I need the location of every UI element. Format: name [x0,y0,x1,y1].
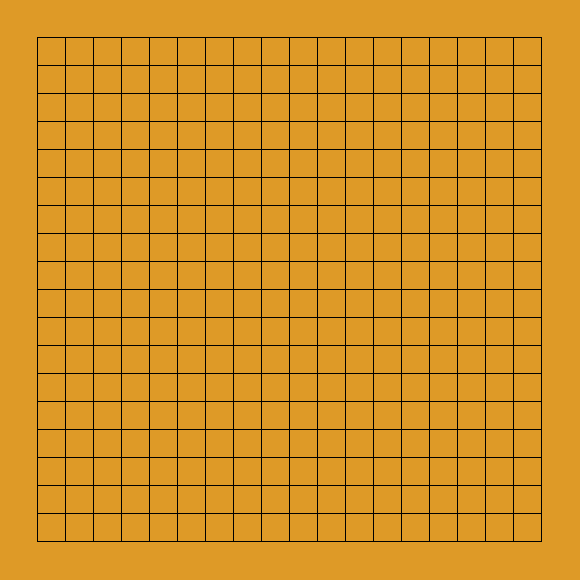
go-board [0,0,580,580]
go-board-grid [23,23,555,555]
